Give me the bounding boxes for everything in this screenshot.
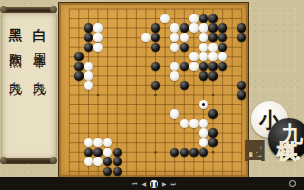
next-move-icon[interactable]: ⏭ bbox=[171, 181, 176, 187]
white-stone bbox=[170, 23, 179, 32]
black-stone bbox=[208, 138, 217, 147]
black-stone bbox=[113, 167, 122, 176]
white-stone bbox=[84, 62, 93, 71]
black-stone bbox=[74, 71, 83, 80]
logo-dot bbox=[296, 156, 300, 160]
scroll-bottom-rod bbox=[1, 158, 56, 164]
black-stone bbox=[84, 43, 93, 52]
bar-menu-icon[interactable] bbox=[289, 180, 296, 187]
black-stone bbox=[189, 148, 198, 157]
black-stone bbox=[74, 62, 83, 71]
prev-move-icon[interactable]: ⏮ bbox=[132, 181, 137, 187]
white-stone bbox=[93, 23, 102, 32]
playback-bar: ⏮ ◀ ❚❚ ▶ ⏭ bbox=[0, 177, 304, 190]
white-stone bbox=[189, 62, 198, 71]
black-stone bbox=[180, 148, 189, 157]
white-color-char: 白 bbox=[32, 17, 47, 18]
white-stone bbox=[189, 23, 198, 32]
white-player-rank: 九段 bbox=[32, 71, 47, 73]
white-stone bbox=[170, 71, 179, 80]
black-player-rank: 九段 bbox=[8, 71, 23, 73]
white-stone bbox=[93, 33, 102, 42]
pause-icon: ❚❚ bbox=[150, 181, 158, 187]
black-stone bbox=[208, 71, 217, 80]
black-stone bbox=[199, 148, 208, 157]
white-stone bbox=[170, 109, 179, 118]
black-stone bbox=[180, 81, 189, 90]
white-player-name: 周睿羊 bbox=[32, 43, 47, 46]
black-stone bbox=[151, 62, 160, 71]
white-stone bbox=[160, 14, 169, 23]
black-color-char: 黑 bbox=[8, 17, 23, 18]
go-broadcast-app: 白 周睿羊 九段 黑 陶欣然 九段 小 九 围 棋 ⏮ ◀ ❚❚ bbox=[0, 0, 304, 190]
white-stone bbox=[189, 119, 198, 128]
white-stone bbox=[93, 138, 102, 147]
black-stone bbox=[218, 23, 227, 32]
white-stone bbox=[141, 33, 150, 42]
black-stone bbox=[218, 43, 227, 52]
scroll-rod-cap bbox=[0, 157, 7, 164]
black-stone bbox=[151, 43, 160, 52]
black-stone bbox=[84, 148, 93, 157]
black-stone bbox=[208, 33, 217, 42]
black-stone bbox=[199, 71, 208, 80]
white-stone bbox=[208, 43, 217, 52]
black-stone bbox=[84, 23, 93, 32]
step-back-icon[interactable]: ◀ bbox=[141, 181, 146, 187]
scroll-rod-cap bbox=[0, 6, 7, 13]
black-player-name: 陶欣然 bbox=[8, 43, 23, 46]
black-stone bbox=[180, 23, 189, 32]
white-stone bbox=[199, 23, 208, 32]
black-stone bbox=[180, 62, 189, 71]
black-stone bbox=[180, 43, 189, 52]
white-stone bbox=[93, 43, 102, 52]
channel-logo: 小 九 围 棋 bbox=[244, 98, 304, 170]
white-stone bbox=[208, 52, 217, 61]
white-stone bbox=[189, 52, 198, 61]
play-pause-button[interactable]: ❚❚ bbox=[150, 180, 158, 188]
black-stone bbox=[151, 23, 160, 32]
white-stone bbox=[84, 71, 93, 80]
step-forward-icon[interactable]: ▶ bbox=[162, 181, 167, 187]
black-stone bbox=[74, 52, 83, 61]
black-stone bbox=[208, 23, 217, 32]
black-stone bbox=[208, 128, 217, 137]
scroll-rod-cap bbox=[50, 157, 57, 164]
white-stone bbox=[189, 14, 198, 23]
black-stone bbox=[93, 148, 102, 157]
playback-controls: ⏮ ◀ ❚❚ ▶ ⏭ bbox=[132, 180, 176, 188]
white-stone bbox=[199, 43, 208, 52]
white-stone bbox=[199, 128, 208, 137]
black-stone bbox=[113, 148, 122, 157]
black-stone bbox=[208, 62, 217, 71]
scroll-rod-cap bbox=[50, 6, 57, 13]
go-board[interactable] bbox=[59, 3, 248, 177]
black-player-label: 黑 陶欣然 九段 bbox=[8, 17, 22, 157]
black-stone bbox=[199, 62, 208, 71]
scroll-top-rod bbox=[1, 7, 56, 13]
logo-char-qi: 棋 bbox=[277, 138, 297, 165]
black-stone bbox=[208, 14, 217, 23]
white-player-label: 白 周睿羊 九段 bbox=[32, 17, 46, 157]
logo-char-wei: 围 bbox=[244, 136, 266, 166]
black-stone bbox=[208, 109, 217, 118]
player-info-scroll: 白 周睿羊 九段 黑 陶欣然 九段 bbox=[0, 0, 59, 190]
